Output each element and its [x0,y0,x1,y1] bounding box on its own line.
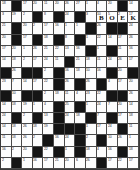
cell-r7c12[interactable]: 20 [118,68,129,79]
cell-code-number: 16 [55,23,58,26]
cell-r15c9[interactable]: 26 [86,158,97,169]
cell-code-number: 16 [65,68,68,71]
cell-r9c13[interactable]: 26 [128,91,139,102]
black-cell-r9c11 [107,91,118,102]
black-cell-r12c12 [118,124,129,135]
cell-r2c2[interactable]: 19 [12,12,23,23]
black-cell-r8c10 [97,79,108,90]
cell-r14c3[interactable]: 20 [22,147,33,158]
cell-code-number: 8 [44,12,46,15]
cell-r4c12[interactable]: 17 [118,35,129,46]
cell-r4c13[interactable]: 26 [128,35,139,46]
cell-r13c9[interactable]: 2 [86,135,97,146]
cell-r8c1[interactable]: 23 [1,79,12,90]
black-cell-r14c6 [54,147,65,158]
cell-r10c7[interactable]: 25 [65,102,76,113]
cell-code-number: 16 [2,147,5,150]
cell-r13c1[interactable]: 11 [1,135,12,146]
cell-r5c10[interactable]: 1 [97,46,108,57]
cell-letter: K [128,15,138,22]
black-cell-r5c9 [86,46,97,57]
cell-code-number: 19 [44,124,47,127]
cell-code-number: 2 [44,91,46,94]
cell-r6c8[interactable]: 21 [75,57,86,68]
cell-code-number: 18 [86,147,89,150]
black-cell-r8c6 [54,79,65,90]
cell-code-number: 26 [118,135,121,138]
cell-code-number: 20 [129,79,132,82]
cell-code-number: 26 [12,68,15,71]
cell-r12c3[interactable]: 26 [22,124,33,135]
cell-r3c3[interactable]: 20 [22,23,33,34]
cell-r6c5[interactable]: 24 [43,57,54,68]
cell-r8c2[interactable]: 7 [12,79,23,90]
cell-r8c13[interactable]: 20 [128,79,139,90]
cell-code-number: 17 [129,57,132,60]
black-cell-r5c11 [107,46,118,57]
cell-code-number: 17 [108,158,111,161]
cell-code-number: 17 [33,57,36,60]
cell-r10c4[interactable]: 1 [33,102,44,113]
cell-r9c8[interactable]: 4 [75,91,86,102]
cell-code-number: 20 [2,35,5,38]
cell-code-number: 18 [2,1,5,4]
cell-r5c8[interactable]: 16 [75,46,86,57]
cell-code-number: 26 [129,35,132,38]
cell-code-number: 10 [12,91,15,94]
cell-r13c13[interactable]: 1 [128,135,139,146]
cell-r15c4[interactable]: 16 [33,158,44,169]
black-cell-r14c4 [33,147,44,158]
cell-code-number: 14 [129,102,132,105]
cell-r7c8[interactable]: 18 [75,68,86,79]
cell-r7c2[interactable]: 26 [12,68,23,79]
cell-r2c5[interactable]: 8 [43,12,54,23]
cell-r8c7[interactable]: 26 [65,79,76,90]
cell-code-number: 7 [12,79,14,82]
cell-r1c11[interactable]: 20 [107,1,118,12]
cell-r10c13[interactable]: 14 [128,102,139,113]
cell-r8c4[interactable]: 17 [33,79,44,90]
cell-code-number: 2 [12,147,14,150]
cell-code-number: 26 [97,23,100,26]
black-cell-r3c12 [118,23,129,34]
cell-code-number: 17 [23,35,26,38]
cell-r10c2[interactable]: 18 [12,102,23,113]
cell-r8c12[interactable]: 17 [118,79,129,90]
cell-code-number: 1 [86,35,88,38]
cell-r15c5[interactable]: 17 [43,158,54,169]
black-cell-r1c2 [12,1,23,12]
cell-code-number: 14 [2,57,5,60]
cell-r12c10[interactable]: 17 [97,124,108,135]
cell-r7c9[interactable]: 10 [86,68,97,79]
cell-code-number: 26 [65,79,68,82]
black-cell-r3c2 [12,23,23,34]
cell-code-number: 26 [23,124,26,127]
cell-r13c12[interactable]: 26 [118,135,129,146]
cell-code-number: 3 [86,12,88,15]
cell-code-number: 4 [108,79,110,82]
cell-code-number: 22 [97,91,100,94]
cell-code-number: 26 [118,57,121,60]
cell-code-number: 1 [76,23,78,26]
black-cell-r10c8 [75,102,86,113]
cell-code-number: 16 [55,135,58,138]
cell-r6c11[interactable]: 24 [107,57,118,68]
black-cell-r4c6 [54,35,65,46]
cell-r5c4[interactable]: 26 [33,46,44,57]
cell-r13c4[interactable]: 2 [33,135,44,146]
cell-code-number: 26 [86,158,89,161]
cell-code-number: 2 [86,135,88,138]
cell-r5c6[interactable]: 22 [54,46,65,57]
black-cell-r7c1 [1,68,12,79]
cell-r10c12[interactable]: 20 [118,102,129,113]
cell-code-number: 1 [86,124,88,127]
cell-r12c11[interactable]: 24 [107,124,118,135]
cell-code-number: 11 [129,124,132,127]
cell-code-number: 24 [65,12,68,15]
cell-r7c5[interactable]: 2 [43,68,54,79]
cell-r4c10[interactable]: 22 [97,35,108,46]
cell-code-number: 6 [76,158,78,161]
cell-code-number: 21 [2,23,5,26]
cell-r11c12[interactable]: 17 [118,113,129,124]
cell-code-number: 2 [44,68,46,71]
cell-r2c13[interactable]: 17K [128,12,139,23]
cell-code-number: 24 [65,135,68,138]
cell-code-number: 20 [12,46,15,49]
black-cell-r8c8 [75,79,86,90]
cell-r11c3[interactable]: 2 [22,113,33,124]
black-cell-r9c4 [33,91,44,102]
cell-code-number: 23 [2,79,5,82]
cell-r3c10[interactable]: 26 [97,23,108,34]
black-cell-r4c2 [12,35,23,46]
black-cell-r12c6 [54,124,65,135]
cell-code-number: 26 [23,135,26,138]
cell-code-number: 19 [23,102,26,105]
cell-r13c2[interactable]: 18 [12,135,23,146]
codeword-grid: 181720112026271420143192824310B5O2E17K21… [0,0,140,170]
cell-code-number: 4 [44,102,46,105]
cell-r5c12[interactable]: 11 [118,46,129,57]
cell-r11c8[interactable]: 18 [75,113,86,124]
cell-code-number: 20 [118,102,121,105]
cell-r10c5[interactable]: 4 [43,102,54,113]
cell-code-number: 19 [12,12,15,15]
cell-code-number: 20 [23,23,26,26]
cell-r15c7[interactable]: 20 [65,158,76,169]
black-cell-r2c4 [33,12,44,23]
cell-code-number: 1 [65,23,67,26]
cell-code-number: 22 [97,35,100,38]
cell-code-number: 7 [97,113,99,116]
cell-r11c13[interactable]: 18 [128,113,139,124]
cell-r1c9[interactable]: 1 [86,1,97,12]
cell-code-number: 2 [2,158,4,161]
cell-code-number: 26 [129,91,132,94]
cell-r1c3[interactable]: 17 [22,1,33,12]
cell-r14c11[interactable]: 16 [107,147,118,158]
cell-code-number: 21 [44,46,47,49]
cell-code-number: 16 [129,46,132,49]
cell-code-number: 10 [86,68,89,71]
cell-r13c3[interactable]: 26 [22,135,33,146]
cell-r6c2[interactable]: 18 [12,57,23,68]
cell-code-number: 20 [118,68,121,71]
cell-code-number: 16 [108,147,111,150]
cell-r12c9[interactable]: 1 [86,124,97,135]
cell-r11c7[interactable]: 24 [65,113,76,124]
cell-r9c10[interactable]: 22 [97,91,108,102]
cell-r14c2[interactable]: 2 [12,147,23,158]
cell-r6c12[interactable]: 26 [118,57,129,68]
cell-code-number: 20 [65,158,68,161]
cell-r3c7[interactable]: 1 [65,23,76,34]
cell-code-number: 18 [129,113,132,116]
cell-code-number: 22 [118,158,121,161]
cell-code-number: 3 [2,12,4,15]
black-cell-r13c8 [75,135,86,146]
cell-r6c9[interactable]: 18 [86,57,97,68]
cell-r12c5[interactable]: 19 [43,124,54,135]
cell-r9c9[interactable]: 23 [86,91,97,102]
cell-code-number: 17 [33,79,36,82]
cell-code-number: 4 [76,91,78,94]
cell-r5c13[interactable]: 16 [128,46,139,57]
cell-r5c2[interactable]: 20 [12,46,23,57]
cell-r15c11[interactable]: 17 [107,158,118,169]
cell-code-number: 14 [108,35,111,38]
cell-r8c11[interactable]: 4 [107,79,118,90]
cell-r3c6[interactable]: 16 [54,23,65,34]
cell-r12c2[interactable]: 18 [12,124,23,135]
cell-r10c10[interactable]: 24 [97,102,108,113]
cell-r15c8[interactable]: 6 [75,158,86,169]
cell-r1c13[interactable]: 14 [128,1,139,12]
cell-r14c10[interactable]: 4 [97,147,108,158]
cell-r1c8[interactable]: 27 [75,1,86,12]
cell-code-number: 2 [23,57,25,60]
cell-code-number: 20 [108,1,111,4]
cell-r8c5[interactable]: 22 [43,79,54,90]
cell-r5c5[interactable]: 21 [43,46,54,57]
cell-r2c3[interactable]: 2 [22,12,33,23]
cell-code-number: 24 [129,23,132,26]
cell-r4c7[interactable]: 8 [65,35,76,46]
cell-code-number: 1 [129,135,131,138]
cell-r2c11[interactable]: 5O [107,12,118,23]
black-cell-r14c12 [118,147,129,158]
cell-r2c7[interactable]: 24 [65,12,76,23]
cell-r14c1[interactable]: 16 [1,147,12,158]
cell-r5c3[interactable]: 1 [22,46,33,57]
cell-r4c11[interactable]: 14 [107,35,118,46]
cell-r14c13[interactable]: 18 [128,147,139,158]
cell-code-number: 2 [33,23,35,26]
black-cell-r7c11 [107,68,118,79]
cell-r3c13[interactable]: 24 [128,23,139,34]
cell-r7c10[interactable]: 16 [97,68,108,79]
cell-code-number: 18 [86,57,89,60]
black-cell-r11c9 [86,113,97,124]
cell-r10c9[interactable]: 1 [86,102,97,113]
black-cell-r9c12 [118,91,129,102]
cell-code-number: 18 [12,124,15,127]
cell-r11c10[interactable]: 7 [97,113,108,124]
cell-code-number: 8 [65,35,67,38]
black-cell-r7c4 [33,68,44,79]
cell-code-number: 11 [55,57,58,60]
black-cell-r15c10 [97,158,108,169]
cell-code-number: 18 [12,57,15,60]
cell-code-number: 14 [129,1,132,4]
cell-code-number: 17 [97,124,100,127]
cell-code-number: 1 [86,102,88,105]
cell-r6c6[interactable]: 11 [54,57,65,68]
cell-r6c13[interactable]: 17 [128,57,139,68]
cell-r1c1[interactable]: 18 [1,1,12,12]
cell-r6c1[interactable]: 14 [1,57,12,68]
cell-code-number: 11 [118,46,121,49]
cell-r5c7[interactable]: 13 [65,46,76,57]
cell-code-number: 14 [2,102,5,105]
black-cell-r4c8 [75,35,86,46]
cell-code-number: 17 [118,113,121,116]
cell-code-number: 26 [86,79,89,82]
black-cell-r7c6 [54,68,65,79]
cell-r6c4[interactable]: 17 [33,57,44,68]
cell-r8c3[interactable]: 14 [22,79,33,90]
codeword-puzzle: 181720112026271420143192824310B5O2E17K21… [0,0,140,170]
black-cell-r7c13 [128,68,139,79]
cell-code-number: 14 [23,79,26,82]
cell-r10c1[interactable]: 14 [1,102,12,113]
cell-code-number: 25 [65,102,68,105]
black-cell-r2c8 [75,12,86,23]
cell-r15c13[interactable]: 17 [128,158,139,169]
cell-r9c2[interactable]: 10 [12,91,23,102]
cell-r3c4[interactable]: 2 [33,23,44,34]
black-cell-r11c6 [54,113,65,124]
cell-code-number: 22 [55,46,58,49]
cell-r14c9[interactable]: 18 [86,147,97,158]
cell-code-number: 24 [108,57,111,60]
cell-r10c11[interactable]: 7 [107,102,118,113]
cell-r12c1[interactable]: 14 [1,124,12,135]
cell-r4c5[interactable]: 18 [43,35,54,46]
cell-r13c11[interactable]: 10 [107,135,118,146]
cell-r14c5[interactable]: 22 [43,147,54,158]
cell-r6c10[interactable]: 11 [97,57,108,68]
cell-code-number: 26 [65,1,68,4]
cell-code-number: 2 [23,12,25,15]
cell-r7c7[interactable]: 16 [65,68,76,79]
black-cell-r4c4 [33,35,44,46]
black-cell-r11c2 [12,113,23,124]
cell-r9c6[interactable]: 18 [54,91,65,102]
cell-r3c1[interactable]: 21 [1,23,12,34]
cell-r1c5[interactable]: 11 [43,1,54,12]
cell-r1c10[interactable]: 4 [97,1,108,12]
cell-r6c3[interactable]: 2 [22,57,33,68]
cell-code-number: 17 [23,1,26,4]
cell-code-number: 24 [97,102,100,105]
cell-code-number: 18 [129,147,132,150]
cell-r1c4[interactable]: 20 [33,1,44,12]
cell-r11c1[interactable]: 24 [1,113,12,124]
cell-code-number: 1 [86,1,88,4]
cell-code-number: 21 [76,57,79,60]
cell-code-number: 10 [108,135,111,138]
cell-r9c5[interactable]: 2 [43,91,54,102]
cell-code-number: 21 [55,158,58,161]
cell-r2c10[interactable]: 10B [97,12,108,23]
cell-code-number: 22 [44,147,47,150]
black-cell-r7c3 [22,68,33,79]
cell-code-number: 2 [23,113,25,116]
cell-r15c3[interactable]: 1 [22,158,33,169]
black-cell-r10c6 [54,102,65,113]
cell-r4c1[interactable]: 20 [1,35,12,46]
cell-code-number: 11 [97,57,100,60]
cell-r12c13[interactable]: 11 [128,124,139,135]
cell-r5c1[interactable]: 17 [1,46,12,57]
cell-r1c6[interactable]: 20 [54,1,65,12]
black-cell-r15c2 [12,158,23,169]
black-cell-r12c7 [65,124,76,135]
cell-r11c5[interactable]: 13 [43,113,54,124]
cell-r9c7[interactable]: 11 [65,91,76,102]
cell-code-number: 22 [44,79,47,82]
cell-r4c9[interactable]: 1 [86,35,97,46]
cell-code-number: 11 [44,1,47,4]
black-cell-r2c6 [54,12,65,23]
cell-r10c3[interactable]: 19 [22,102,33,113]
black-cell-r9c1 [1,91,12,102]
cell-r2c9[interactable]: 3 [86,12,97,23]
cell-r2c12[interactable]: 2E [118,12,129,23]
cell-r3c8[interactable]: 1 [75,23,86,34]
cell-code-number: 18 [12,135,15,138]
cell-r12c4[interactable]: 18 [33,124,44,135]
cell-r2c1[interactable]: 3 [1,12,12,23]
cell-code-number: 13 [44,113,47,116]
cell-letter: B [97,15,107,22]
cell-code-number: 11 [2,135,5,138]
cell-code-number: 1 [23,46,25,49]
cell-r8c9[interactable]: 26 [86,79,97,90]
cell-r3c5[interactable]: 17 [43,23,54,34]
cell-r4c3[interactable]: 17 [22,35,33,46]
cell-r14c7[interactable]: 1 [65,147,76,158]
black-cell-r6c7 [65,57,76,68]
cell-r15c12[interactable]: 22 [118,158,129,169]
cell-letter: E [118,15,128,22]
cell-code-number: 17 [129,158,132,161]
cell-r13c6[interactable]: 16 [54,135,65,146]
cell-code-number: 17 [44,158,47,161]
cell-code-number: 18 [33,124,36,127]
cell-r1c7[interactable]: 26 [65,1,76,12]
cell-letter: O [107,15,117,22]
cell-r13c7[interactable]: 24 [65,135,76,146]
cell-r15c6[interactable]: 21 [54,158,65,169]
cell-r15c1[interactable]: 2 [1,158,12,169]
cell-code-number: 13 [65,46,68,49]
